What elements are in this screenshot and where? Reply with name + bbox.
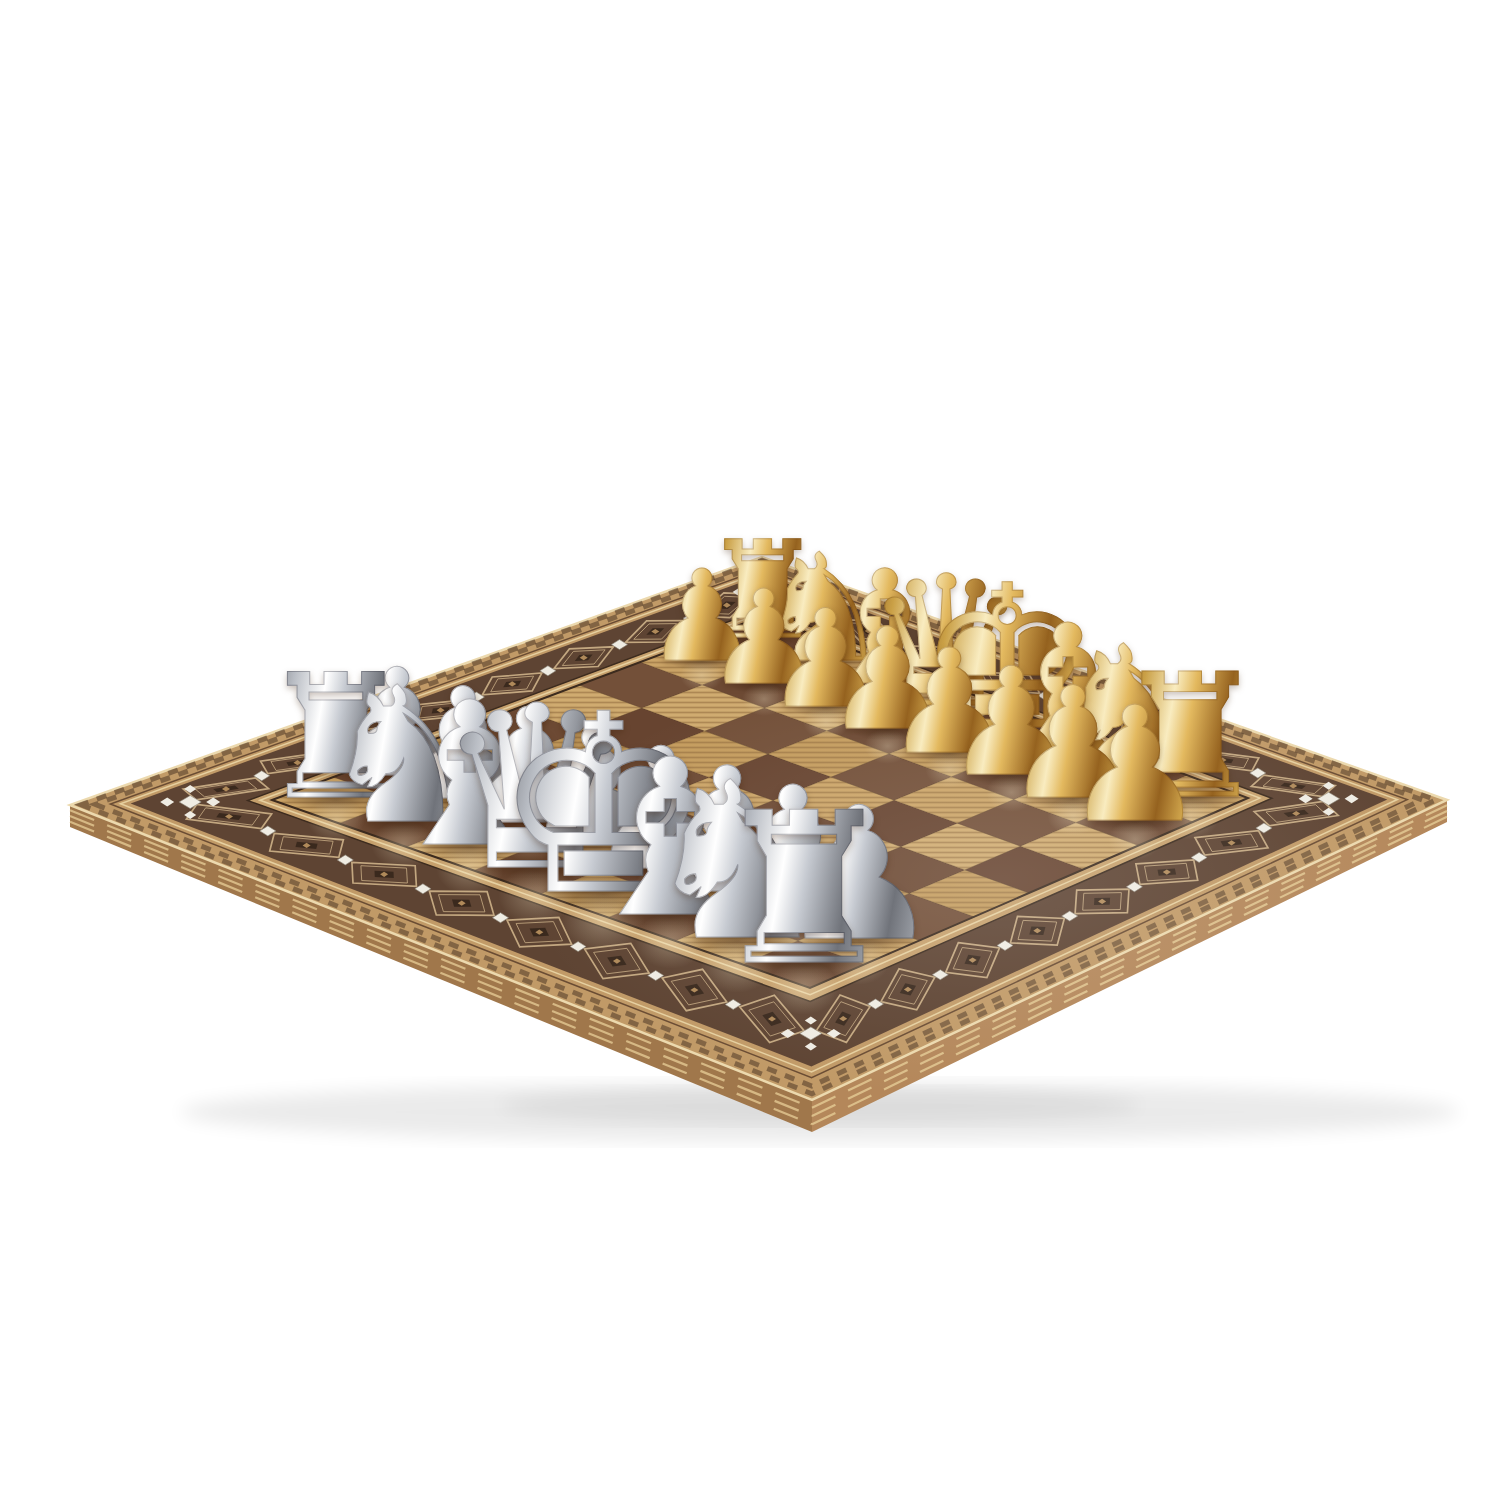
piece-black-pawn-h7[interactable]: ♟	[1055, 685, 1214, 844]
chess-product-photo: ♜♞♟♝♟♛♟♚♟♝♟♞♟♟♜♟♜♟♟♞♟♝♟♛♟♟♚♟♝♟♞♜	[0, 0, 1500, 1500]
piece-white-rook-h1[interactable]: ♜	[699, 785, 908, 994]
